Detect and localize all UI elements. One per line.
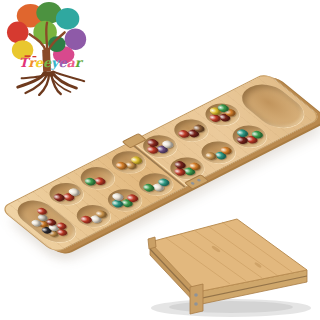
crown-foliage-blob [56,8,79,30]
hinge-pin [190,182,195,185]
stone-red [35,207,49,216]
mancala-board-folded [146,203,316,320]
hinge-pin [194,302,198,306]
hinge-pin [196,178,201,181]
logo-tree-roots [18,71,84,94]
treeyear-logo: Treeyear [6,1,94,96]
product-photo-stage: Treeyear [0,0,320,320]
hinge-pin [194,293,198,297]
folded-board-shadow-core [169,301,293,313]
crown-foliage-blob [7,22,29,44]
crown-foliage-blob [65,28,87,50]
logo-brand-text: Treeyear [19,55,84,70]
